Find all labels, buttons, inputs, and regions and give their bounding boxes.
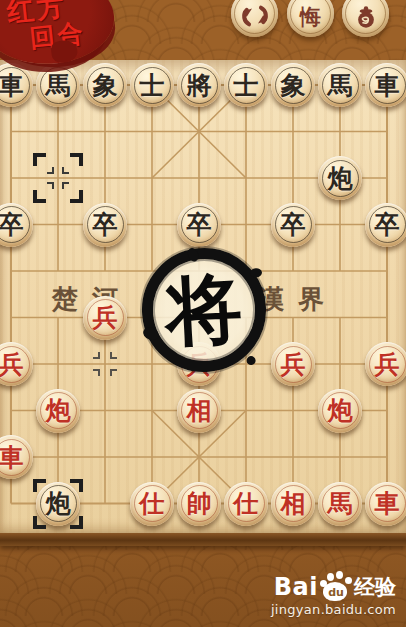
piece-red-horse[interactable]: 馬	[318, 482, 362, 526]
piece-red-advisor[interactable]: 仕	[224, 482, 268, 526]
piece-char: 相	[187, 398, 212, 423]
piece-red-advisor[interactable]: 仕	[130, 482, 174, 526]
piece-char: 象	[93, 73, 118, 98]
restart-arrows-icon	[240, 1, 270, 31]
piece-black-horse[interactable]: 馬	[318, 63, 362, 107]
baidu-paw-icon: du	[320, 571, 352, 601]
teapot-icon	[351, 1, 381, 31]
piece-char: 兵	[93, 305, 118, 330]
piece-char: 車	[0, 73, 24, 98]
piece-black-chariot[interactable]: 車	[365, 63, 406, 107]
piece-red-cannon[interactable]: 炮	[318, 389, 362, 433]
piece-black-cannon[interactable]: 炮	[36, 482, 80, 526]
piece-char: 卒	[93, 212, 118, 237]
piece-char: 炮	[328, 166, 353, 191]
piece-black-horse[interactable]: 馬	[36, 63, 80, 107]
piece-char: 炮	[328, 398, 353, 423]
piece-black-cannon[interactable]: 炮	[318, 156, 362, 200]
brand-url: jingyan.baidu.com	[271, 602, 396, 617]
piece-char: 兵	[375, 352, 400, 377]
piece-black-elephant[interactable]: 象	[271, 63, 315, 107]
piece-red-elephant[interactable]: 相	[271, 482, 315, 526]
piece-black-general[interactable]: 將	[177, 63, 221, 107]
piece-char: 炮	[46, 398, 71, 423]
undo-label: 悔	[300, 0, 321, 31]
xiangqi-app: 红方 回合 悔 楚河 漢界 車馬象士將士象馬車炮卒卒卒卒卒	[0, 0, 406, 627]
piece-red-cannon[interactable]: 炮	[36, 389, 80, 433]
piece-black-pawn[interactable]: 卒	[83, 203, 127, 247]
restart-button[interactable]	[231, 0, 278, 37]
piece-char: 兵	[281, 352, 306, 377]
piece-char: 馬	[46, 73, 71, 98]
piece-red-pawn[interactable]: 兵	[365, 342, 406, 386]
piece-char: 炮	[46, 491, 71, 516]
piece-char: 卒	[187, 212, 212, 237]
piece-black-pawn[interactable]: 卒	[177, 203, 221, 247]
piece-black-pawn[interactable]: 卒	[271, 203, 315, 247]
piece-char: 車	[375, 73, 400, 98]
piece-red-chariot[interactable]: 車	[365, 482, 406, 526]
piece-char: 車	[375, 491, 400, 516]
piece-char: 兵	[0, 352, 24, 377]
piece-black-advisor[interactable]: 士	[224, 63, 268, 107]
piece-red-elephant[interactable]: 相	[177, 389, 221, 433]
baidu-jingyan-watermark: Bai du 经验 jingyan.baidu.com	[271, 571, 396, 617]
piece-char: 卒	[0, 212, 24, 237]
piece-red-general[interactable]: 帥	[177, 482, 221, 526]
piece-black-elephant[interactable]: 象	[83, 63, 127, 107]
xiangqi-board[interactable]: 楚河 漢界 車馬象士將士象馬車炮卒卒卒卒卒兵兵兵兵兵炮相炮車炮仕帥仕相馬車 将	[0, 60, 406, 533]
piece-char: 士	[140, 73, 165, 98]
piece-char: 象	[281, 73, 306, 98]
piece-red-pawn[interactable]: 兵	[83, 296, 127, 340]
piece-char: 相	[281, 491, 306, 516]
piece-char: 卒	[375, 212, 400, 237]
brand-suffix-text: 经验	[354, 573, 396, 601]
piece-char: 馬	[328, 491, 353, 516]
check-stamp-text: 将	[164, 270, 244, 350]
piece-char: 士	[234, 73, 259, 98]
menu-pot-button[interactable]	[342, 0, 389, 37]
piece-char: 卒	[281, 212, 306, 237]
brand-du-text: du	[326, 586, 346, 599]
piece-black-advisor[interactable]: 士	[130, 63, 174, 107]
undo-button[interactable]: 悔	[287, 0, 334, 37]
turn-seal-line2: 回合	[28, 16, 87, 55]
piece-black-pawn[interactable]: 卒	[365, 203, 406, 247]
river-label-right: 漢界	[258, 282, 338, 317]
piece-char: 仕	[140, 491, 165, 516]
piece-char: 車	[0, 445, 24, 470]
board-bottom-edge	[0, 533, 406, 546]
brand-bai-text: Bai	[274, 573, 318, 601]
piece-red-pawn[interactable]: 兵	[271, 342, 315, 386]
piece-char: 馬	[328, 73, 353, 98]
piece-char: 帥	[187, 491, 212, 516]
piece-char: 將	[187, 73, 212, 98]
piece-char: 仕	[234, 491, 259, 516]
